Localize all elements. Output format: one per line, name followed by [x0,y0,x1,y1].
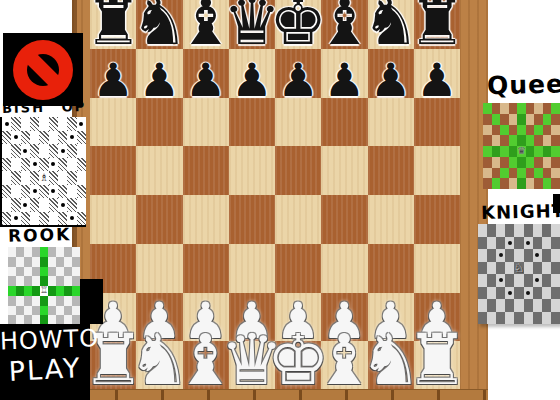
square-c4[interactable] [183,195,229,244]
move-dot [23,149,27,153]
rook-move-diagram: ♖ [8,247,80,325]
no-entry-button[interactable] [3,33,83,106]
square-d8[interactable]: ♛ [229,0,275,49]
square-e8[interactable]: ♚ [275,0,321,49]
square-d3[interactable] [229,244,275,293]
move-dot [14,135,18,139]
square-h1[interactable]: ♜ [414,341,460,390]
black-p-piece[interactable]: ♟ [185,57,226,103]
black-p-piece[interactable]: ♟ [139,57,180,103]
square-f4[interactable] [321,195,367,244]
move-dot [5,122,9,126]
square-e7[interactable]: ♟ [275,49,321,98]
black-p-piece[interactable]: ♟ [416,57,457,103]
move-dot [535,253,539,257]
square-c3[interactable] [183,244,229,293]
move-dot [14,216,18,220]
how-to-play-line2: PLAY [0,352,91,388]
how-to-play-line1: HOWTO [0,324,90,355]
move-dot [33,189,37,193]
square-b3[interactable] [136,244,182,293]
chess-app: ♜♞♝♛♚♝♞♜♟♟♟♟♟♟♟♟♟♟♟♟♟♟♟♟♜♞♝♛♚♝♞♜ BISH OP… [0,0,560,400]
white-r-piece[interactable]: ♜ [405,325,468,395]
square-h5[interactable] [414,146,460,195]
board-frame: ♜♞♝♛♚♝♞♜♟♟♟♟♟♟♟♟♟♟♟♟♟♟♟♟♜♞♝♛♚♝♞♜ [72,0,488,400]
rook-diagram-label: ROOK [8,224,72,246]
square-c8[interactable]: ♝ [183,0,229,49]
square-b8[interactable]: ♞ [136,0,182,49]
queen-move-diagram: ♛ [483,103,560,189]
knight-diagram-piece: ♘ [514,262,523,275]
black-patch [78,279,103,324]
square-b5[interactable] [136,146,182,195]
square-g3[interactable] [368,244,414,293]
move-dot [70,216,74,220]
move-dot [51,189,55,193]
square-c7[interactable]: ♟ [183,49,229,98]
black-p-piece[interactable]: ♟ [324,57,365,103]
rook-diagram-piece: ♖ [40,286,48,296]
square-f3[interactable] [321,244,367,293]
move-dot [23,203,27,207]
move-dot [508,291,512,295]
queen-diagram-piece: ♛ [517,146,526,157]
move-dot [526,291,530,295]
square-b4[interactable] [136,195,182,244]
square-g4[interactable] [368,195,414,244]
knight-move-diagram: ♘ [478,224,560,324]
black-p-piece[interactable]: ♟ [93,57,134,103]
black-p-piece[interactable]: ♟ [370,57,411,103]
move-dot [61,149,65,153]
square-a5[interactable] [90,146,136,195]
square-e3[interactable] [275,244,321,293]
square-h3[interactable] [414,244,460,293]
square-h4[interactable] [414,195,460,244]
square-b7[interactable]: ♟ [136,49,182,98]
square-c5[interactable] [183,146,229,195]
square-h8[interactable]: ♜ [414,0,460,49]
move-dot [508,241,512,245]
move-dot [79,122,83,126]
square-d7[interactable]: ♟ [229,49,275,98]
move-dot [499,278,503,282]
bishop-diagram-piece: ♗ [39,171,48,185]
square-f5[interactable] [321,146,367,195]
chess-board[interactable]: ♜♞♝♛♚♝♞♜♟♟♟♟♟♟♟♟♟♟♟♟♟♟♟♟♜♞♝♛♚♝♞♜ [90,0,460,390]
no-entry-icon [13,40,73,100]
square-a8[interactable]: ♜ [90,0,136,49]
move-dot [499,253,503,257]
square-g8[interactable]: ♞ [368,0,414,49]
move-dot [51,162,55,166]
square-g7[interactable]: ♟ [368,49,414,98]
square-g5[interactable] [368,146,414,195]
square-a4[interactable] [90,195,136,244]
how-to-play-button[interactable]: HOWTO PLAY [0,324,90,400]
square-h7[interactable]: ♟ [414,49,460,98]
square-f8[interactable]: ♝ [321,0,367,49]
move-dot [70,135,74,139]
square-f7[interactable]: ♟ [321,49,367,98]
black-chip [553,194,560,213]
bishop-move-diagram: ♗ [0,117,86,227]
black-r-piece[interactable]: ♜ [408,0,465,54]
black-p-piece[interactable]: ♟ [231,57,272,103]
knight-diagram-label: KNIGHT [481,200,560,223]
queen-diagram-label: Queen [487,69,560,100]
square-e5[interactable] [275,146,321,195]
move-dot [33,162,37,166]
square-d5[interactable] [229,146,275,195]
square-d4[interactable] [229,195,275,244]
move-dot [526,241,530,245]
black-p-piece[interactable]: ♟ [278,57,319,103]
move-dot [61,203,65,207]
square-a7[interactable]: ♟ [90,49,136,98]
move-dot [535,278,539,282]
square-e4[interactable] [275,195,321,244]
